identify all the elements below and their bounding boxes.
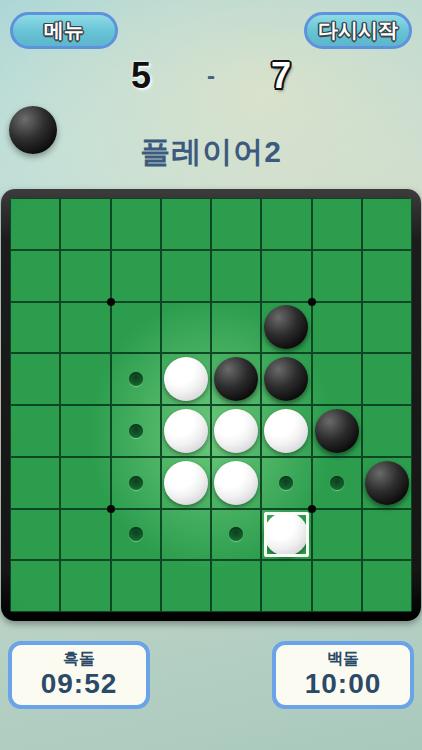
board-cell-a6 bbox=[10, 457, 60, 509]
board-star-point bbox=[308, 298, 316, 306]
board-cell-f7 bbox=[261, 509, 311, 561]
board-cell-c7[interactable] bbox=[111, 509, 161, 561]
board-cell-h5 bbox=[362, 405, 412, 457]
board-cell-c8 bbox=[111, 560, 161, 612]
board-cell-g3 bbox=[312, 302, 362, 354]
board-cell-c1 bbox=[111, 198, 161, 250]
board-cell-c2 bbox=[111, 250, 161, 302]
board-cell-b2 bbox=[60, 250, 110, 302]
board-cell-b6 bbox=[60, 457, 110, 509]
board-cell-g1 bbox=[312, 198, 362, 250]
white-disc bbox=[164, 409, 208, 453]
black-disc bbox=[264, 357, 308, 401]
board-cell-b3 bbox=[60, 302, 110, 354]
board-cell-g7 bbox=[312, 509, 362, 561]
black-clock-time: 09:52 bbox=[41, 669, 118, 700]
white-score: 7 bbox=[261, 55, 301, 97]
board-cell-h6 bbox=[362, 457, 412, 509]
board-cell-c4[interactable] bbox=[111, 353, 161, 405]
legal-move-hint bbox=[129, 424, 143, 438]
board-cell-b8 bbox=[60, 560, 110, 612]
black-clock-panel: 흑돌 09:52 bbox=[8, 641, 150, 709]
board-cell-g5 bbox=[312, 405, 362, 457]
board-cell-a2 bbox=[10, 250, 60, 302]
black-disc bbox=[315, 409, 359, 453]
board-cell-h1 bbox=[362, 198, 412, 250]
black-disc bbox=[214, 357, 258, 401]
board-cell-a1 bbox=[10, 198, 60, 250]
board-cell-d4 bbox=[161, 353, 211, 405]
white-disc bbox=[164, 461, 208, 505]
white-clock-time: 10:00 bbox=[305, 669, 382, 700]
board-cell-f2 bbox=[261, 250, 311, 302]
score-row: 5 - 7 bbox=[0, 54, 422, 98]
score-separator: - bbox=[199, 62, 223, 90]
board-cell-a5 bbox=[10, 405, 60, 457]
menu-button[interactable]: 메뉴 bbox=[10, 12, 118, 49]
board-cell-a3 bbox=[10, 302, 60, 354]
board-cell-h4 bbox=[362, 353, 412, 405]
board-cell-f4 bbox=[261, 353, 311, 405]
black-disc bbox=[365, 461, 409, 505]
legal-move-hint bbox=[279, 476, 293, 490]
white-disc bbox=[264, 409, 308, 453]
board-cell-f1 bbox=[261, 198, 311, 250]
board-star-point bbox=[107, 298, 115, 306]
board-cell-d1 bbox=[161, 198, 211, 250]
board-cell-c3 bbox=[111, 302, 161, 354]
board-cell-e8 bbox=[211, 560, 261, 612]
black-clock-label: 흑돌 bbox=[63, 650, 95, 668]
board-cell-h7 bbox=[362, 509, 412, 561]
black-score: 5 bbox=[121, 55, 161, 97]
white-disc bbox=[214, 461, 258, 505]
board-cell-e2 bbox=[211, 250, 261, 302]
board-cell-a4 bbox=[10, 353, 60, 405]
board-cell-b4 bbox=[60, 353, 110, 405]
white-clock-panel: 백돌 10:00 bbox=[272, 641, 414, 709]
black-disc bbox=[264, 305, 308, 349]
restart-button[interactable]: 다시시작 bbox=[304, 12, 412, 49]
board-cell-g4 bbox=[312, 353, 362, 405]
board-cell-d8 bbox=[161, 560, 211, 612]
current-player-label: 플레이어2 bbox=[0, 132, 422, 173]
legal-move-hint bbox=[330, 476, 344, 490]
board-cell-d7 bbox=[161, 509, 211, 561]
board-cell-g6[interactable] bbox=[312, 457, 362, 509]
white-clock-label: 백돌 bbox=[327, 650, 359, 668]
white-disc bbox=[164, 357, 208, 401]
board-cell-d6 bbox=[161, 457, 211, 509]
white-disc bbox=[214, 409, 258, 453]
board-cell-g8 bbox=[312, 560, 362, 612]
board-cell-d2 bbox=[161, 250, 211, 302]
board-cell-e5 bbox=[211, 405, 261, 457]
board-cell-e4 bbox=[211, 353, 261, 405]
board-cell-g2 bbox=[312, 250, 362, 302]
othello-board-frame bbox=[1, 189, 421, 621]
legal-move-hint bbox=[129, 372, 143, 386]
board-cell-e3 bbox=[211, 302, 261, 354]
board-cell-f5 bbox=[261, 405, 311, 457]
board-cell-d3 bbox=[161, 302, 211, 354]
board-cell-b7 bbox=[60, 509, 110, 561]
board-cell-e6 bbox=[211, 457, 261, 509]
legal-move-hint bbox=[129, 476, 143, 490]
last-move-highlight bbox=[264, 512, 308, 558]
legal-move-hint bbox=[229, 527, 243, 541]
board-cell-c6[interactable] bbox=[111, 457, 161, 509]
board-cell-b1 bbox=[60, 198, 110, 250]
board-cell-d5 bbox=[161, 405, 211, 457]
board-grid[interactable] bbox=[10, 198, 412, 612]
board-cell-b5 bbox=[60, 405, 110, 457]
board-cell-h8 bbox=[362, 560, 412, 612]
board-cell-f3 bbox=[261, 302, 311, 354]
board-cell-h2 bbox=[362, 250, 412, 302]
board-cell-f6[interactable] bbox=[261, 457, 311, 509]
legal-move-hint bbox=[129, 527, 143, 541]
board-cell-e7[interactable] bbox=[211, 509, 261, 561]
board-cell-e1 bbox=[211, 198, 261, 250]
board-cell-a7 bbox=[10, 509, 60, 561]
board-cell-a8 bbox=[10, 560, 60, 612]
board-star-point bbox=[308, 505, 316, 513]
board-cell-c5[interactable] bbox=[111, 405, 161, 457]
board-cell-h3 bbox=[362, 302, 412, 354]
board-star-point bbox=[107, 505, 115, 513]
board-cell-f8 bbox=[261, 560, 311, 612]
